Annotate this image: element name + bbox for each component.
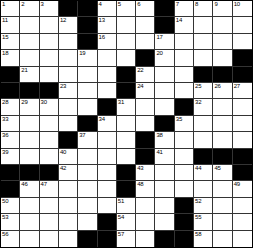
cell-r12c12[interactable] — [213, 181, 232, 197]
black-cell-r6c7 — [117, 83, 136, 99]
cell-r14c3[interactable] — [40, 214, 59, 230]
cell-r2c4[interactable]: 12 — [59, 17, 78, 33]
black-cell-r11c13 — [233, 165, 252, 181]
cell-r9c11[interactable] — [194, 132, 213, 148]
cell-r13c2[interactable] — [20, 198, 39, 214]
clue-number-57: 57 — [118, 231, 124, 238]
cell-r13c13[interactable] — [233, 198, 252, 214]
cell-r6c8[interactable]: 24 — [136, 83, 155, 99]
cell-r4c3[interactable] — [40, 50, 59, 66]
black-cell-r12c1 — [1, 181, 20, 197]
cell-r8c6[interactable]: 34 — [98, 116, 117, 132]
cell-r6c10[interactable] — [175, 83, 194, 99]
clue-number-51: 51 — [118, 198, 124, 205]
clue-number-50: 50 — [2, 198, 8, 205]
cell-r8c12[interactable] — [213, 116, 232, 132]
cell-r15c11[interactable]: 58 — [194, 231, 213, 247]
cell-r8c7[interactable] — [117, 116, 136, 132]
cell-r14c8[interactable] — [136, 214, 155, 230]
cell-r2c6[interactable]: 13 — [98, 17, 117, 33]
cell-r12c10[interactable] — [175, 181, 194, 197]
cell-r7c5[interactable] — [78, 99, 97, 115]
cell-r2c2[interactable] — [20, 17, 39, 33]
cell-r5c5[interactable] — [78, 67, 97, 83]
cell-r1c12[interactable]: 9 — [213, 1, 232, 17]
cell-r14c13[interactable] — [233, 214, 252, 230]
cell-r11c5[interactable] — [78, 165, 97, 181]
cell-r14c12[interactable] — [213, 214, 232, 230]
cell-r1c11[interactable]: 8 — [194, 1, 213, 17]
clue-number-43: 43 — [137, 165, 143, 172]
clue-number-12: 12 — [60, 17, 66, 24]
cell-r13c4[interactable] — [59, 198, 78, 214]
cell-r13c3[interactable] — [40, 198, 59, 214]
clue-number-31: 31 — [118, 99, 124, 106]
cell-r15c2[interactable] — [20, 231, 39, 247]
black-cell-r2c5 — [78, 17, 97, 33]
cell-r7c1[interactable]: 28 — [1, 99, 20, 115]
black-cell-r5c11 — [194, 67, 213, 83]
cell-r9c13[interactable] — [233, 132, 252, 148]
cell-r8c1[interactable]: 33 — [1, 116, 20, 132]
clue-number-1: 1 — [2, 1, 5, 8]
clue-number-49: 49 — [234, 181, 240, 188]
clue-number-17: 17 — [156, 34, 162, 41]
cell-r4c11[interactable] — [194, 50, 213, 66]
cell-r12c8[interactable]: 48 — [136, 181, 155, 197]
cell-r5c3[interactable] — [40, 67, 59, 83]
clue-number-35: 35 — [176, 116, 182, 123]
clue-number-26: 26 — [214, 83, 220, 90]
black-cell-r1c9 — [155, 1, 174, 17]
black-cell-r11c3 — [40, 165, 59, 181]
clue-number-45: 45 — [214, 165, 220, 172]
cell-r6c4[interactable]: 23 — [59, 83, 78, 99]
clue-number-21: 21 — [21, 67, 27, 74]
clue-number-40: 40 — [60, 149, 66, 156]
cell-r6c12[interactable]: 26 — [213, 83, 232, 99]
cell-r8c2[interactable] — [20, 116, 39, 132]
cell-r4c6[interactable] — [98, 50, 117, 66]
black-cell-r15c9 — [155, 231, 174, 247]
cell-r12c4[interactable] — [59, 181, 78, 197]
cell-r15c13[interactable] — [233, 231, 252, 247]
clue-number-33: 33 — [2, 116, 8, 123]
clue-number-13: 13 — [99, 17, 105, 24]
cell-r3c9[interactable]: 17 — [155, 34, 174, 50]
cell-r10c2[interactable] — [20, 149, 39, 165]
cell-r10c4[interactable]: 40 — [59, 149, 78, 165]
cell-r14c11[interactable]: 55 — [194, 214, 213, 230]
clue-number-41: 41 — [156, 149, 162, 156]
black-cell-r3c5 — [78, 34, 97, 50]
cell-r10c6[interactable] — [98, 149, 117, 165]
cell-r12c2[interactable]: 46 — [20, 181, 39, 197]
cell-r3c3[interactable] — [40, 34, 59, 50]
clue-number-46: 46 — [21, 181, 27, 188]
cell-r4c4[interactable] — [59, 50, 78, 66]
cell-r4c7[interactable] — [117, 50, 136, 66]
cell-r4c5[interactable]: 19 — [78, 50, 97, 66]
cell-r5c4[interactable] — [59, 67, 78, 83]
cell-r7c11[interactable]: 32 — [194, 99, 213, 115]
cell-r1c3[interactable]: 3 — [40, 1, 59, 17]
black-cell-r6c1 — [1, 83, 20, 99]
clue-number-37: 37 — [79, 132, 85, 139]
clue-number-8: 8 — [195, 1, 198, 8]
clue-number-15: 15 — [2, 34, 8, 41]
cell-r12c5[interactable] — [78, 181, 97, 197]
cell-r9c9[interactable]: 38 — [155, 132, 174, 148]
clue-number-29: 29 — [21, 99, 27, 106]
cell-r11c12[interactable]: 45 — [213, 165, 232, 181]
cell-r13c12[interactable] — [213, 198, 232, 214]
cell-r4c2[interactable] — [20, 50, 39, 66]
cell-r14c1[interactable]: 53 — [1, 214, 20, 230]
cell-r7c12[interactable] — [213, 99, 232, 115]
cell-r12c9[interactable] — [155, 181, 174, 197]
clue-number-52: 52 — [195, 198, 201, 205]
cell-r14c7[interactable]: 54 — [117, 214, 136, 230]
cell-r3c8[interactable] — [136, 34, 155, 50]
cell-r2c10[interactable]: 14 — [175, 17, 194, 33]
cell-r15c8[interactable] — [136, 231, 155, 247]
cell-r15c1[interactable]: 56 — [1, 231, 20, 247]
clue-number-32: 32 — [195, 99, 201, 106]
cell-r13c6[interactable] — [98, 198, 117, 214]
cell-r4c12[interactable] — [213, 50, 232, 66]
black-cell-r11c1 — [1, 165, 20, 181]
clue-number-25: 25 — [195, 83, 201, 90]
cell-r8c8[interactable] — [136, 116, 155, 132]
cell-r3c11[interactable] — [194, 34, 213, 50]
cell-r7c9[interactable] — [155, 99, 174, 115]
black-cell-r4c8 — [136, 50, 155, 66]
cell-r2c11[interactable] — [194, 17, 213, 33]
clue-number-9: 9 — [214, 1, 217, 8]
clue-number-38: 38 — [156, 132, 162, 139]
clue-number-56: 56 — [2, 231, 8, 238]
black-cell-r14c10 — [175, 214, 194, 230]
cell-r11c4[interactable]: 42 — [59, 165, 78, 181]
cell-r8c13[interactable] — [233, 116, 252, 132]
clue-number-5: 5 — [118, 1, 121, 8]
cell-r13c9[interactable] — [155, 198, 174, 214]
cell-r13c11[interactable]: 52 — [194, 198, 213, 214]
clue-number-34: 34 — [99, 116, 105, 123]
cell-r6c6[interactable] — [98, 83, 117, 99]
cell-r7c2[interactable]: 29 — [20, 99, 39, 115]
black-cell-r11c2 — [20, 165, 39, 181]
clue-number-44: 44 — [195, 165, 201, 172]
clue-number-3: 3 — [41, 1, 44, 8]
cell-r1c8[interactable]: 6 — [136, 1, 155, 17]
black-cell-r5c7 — [117, 67, 136, 83]
cell-r9c3[interactable] — [40, 132, 59, 148]
cell-r5c9[interactable] — [155, 67, 174, 83]
cell-r13c7[interactable]: 51 — [117, 198, 136, 214]
cell-r10c9[interactable]: 41 — [155, 149, 174, 165]
cell-r8c4[interactable] — [59, 116, 78, 132]
cell-r1c1[interactable]: 1 — [1, 1, 20, 17]
cell-r4c9[interactable]: 20 — [155, 50, 174, 66]
black-cell-r4c13 — [233, 50, 252, 66]
black-cell-r12c7 — [117, 181, 136, 197]
cell-r15c4[interactable] — [59, 231, 78, 247]
cell-r9c12[interactable] — [213, 132, 232, 148]
cell-r5c6[interactable] — [98, 67, 117, 83]
cell-r4c10[interactable] — [175, 50, 194, 66]
clue-number-2: 2 — [21, 1, 24, 8]
cell-r9c6[interactable] — [98, 132, 117, 148]
black-cell-r10c12 — [213, 149, 232, 165]
clue-number-42: 42 — [60, 165, 66, 172]
cell-r3c4[interactable] — [59, 34, 78, 50]
cell-r2c1[interactable]: 11 — [1, 17, 20, 33]
black-cell-r14c6 — [98, 214, 117, 230]
clue-number-28: 28 — [2, 99, 8, 106]
cell-r12c13[interactable]: 49 — [233, 181, 252, 197]
black-cell-r8c9 — [155, 116, 174, 132]
clue-number-27: 27 — [234, 83, 240, 90]
cell-r2c12[interactable] — [213, 17, 232, 33]
clue-number-24: 24 — [137, 83, 143, 90]
cell-r1c13[interactable]: 10 — [233, 1, 252, 17]
black-cell-r5c1 — [1, 67, 20, 83]
clue-number-47: 47 — [41, 181, 47, 188]
cell-r3c13[interactable] — [233, 34, 252, 50]
clue-number-16: 16 — [99, 34, 105, 41]
black-cell-r10c11 — [194, 149, 213, 165]
cell-r10c1[interactable]: 39 — [1, 149, 20, 165]
cell-r14c4[interactable] — [59, 214, 78, 230]
clue-number-23: 23 — [60, 83, 66, 90]
cell-r4c1[interactable]: 18 — [1, 50, 20, 66]
crossword-grid: 1234567891011121314151617181920212223242… — [0, 0, 253, 248]
cell-r1c6[interactable]: 4 — [98, 1, 117, 17]
clue-number-18: 18 — [2, 50, 8, 57]
cell-r8c3[interactable] — [40, 116, 59, 132]
crossword-puzzle: 1234567891011121314151617181920212223242… — [0, 0, 253, 248]
cell-r1c10[interactable]: 7 — [175, 1, 194, 17]
cell-r3c6[interactable]: 16 — [98, 34, 117, 50]
cell-r13c5[interactable] — [78, 198, 97, 214]
cell-r15c12[interactable] — [213, 231, 232, 247]
black-cell-r15c10 — [175, 231, 194, 247]
cell-r9c2[interactable] — [20, 132, 39, 148]
clue-number-39: 39 — [2, 149, 8, 156]
cell-r12c3[interactable]: 47 — [40, 181, 59, 197]
black-cell-r15c5 — [78, 231, 97, 247]
cell-r10c3[interactable] — [40, 149, 59, 165]
cell-r9c5[interactable]: 37 — [78, 132, 97, 148]
cell-r11c10[interactable] — [175, 165, 194, 181]
cell-r14c5[interactable] — [78, 214, 97, 230]
clue-number-6: 6 — [137, 1, 140, 8]
cell-r8c11[interactable] — [194, 116, 213, 132]
cell-r2c13[interactable] — [233, 17, 252, 33]
clue-number-22: 22 — [137, 67, 143, 74]
cell-r14c2[interactable] — [20, 214, 39, 230]
black-cell-r13c10 — [175, 198, 194, 214]
cell-r2c3[interactable] — [40, 17, 59, 33]
cell-r13c8[interactable] — [136, 198, 155, 214]
cell-r12c11[interactable] — [194, 181, 213, 197]
cell-r12c6[interactable] — [98, 181, 117, 197]
clue-number-11: 11 — [2, 17, 8, 24]
cell-r2c7[interactable] — [117, 17, 136, 33]
clue-number-36: 36 — [2, 132, 8, 139]
cell-r1c7[interactable]: 5 — [117, 1, 136, 17]
black-cell-r9c4 — [59, 132, 78, 148]
clue-number-53: 53 — [2, 214, 8, 221]
cell-r9c7[interactable] — [117, 132, 136, 148]
cell-r6c9[interactable] — [155, 83, 174, 99]
black-cell-r1c4 — [59, 1, 78, 17]
clue-number-55: 55 — [195, 214, 201, 221]
cell-r7c13[interactable] — [233, 99, 252, 115]
black-cell-r1c5 — [78, 1, 97, 17]
cell-r3c2[interactable] — [20, 34, 39, 50]
black-cell-r7c10 — [175, 99, 194, 115]
black-cell-r7c6 — [98, 99, 117, 115]
black-cell-r6c2 — [20, 83, 39, 99]
black-cell-r5c12 — [213, 67, 232, 83]
black-cell-r8c5 — [78, 116, 97, 132]
cell-r9c10[interactable] — [175, 132, 194, 148]
clue-number-4: 4 — [99, 1, 102, 8]
cell-r13c1[interactable]: 50 — [1, 198, 20, 214]
black-cell-r9c8 — [136, 132, 155, 148]
clue-number-54: 54 — [118, 214, 124, 221]
cell-r11c6[interactable] — [98, 165, 117, 181]
clue-number-10: 10 — [234, 1, 240, 8]
cell-r10c7[interactable] — [117, 149, 136, 165]
cell-r5c2[interactable]: 21 — [20, 67, 39, 83]
cell-r10c5[interactable] — [78, 149, 97, 165]
cell-r7c7[interactable]: 31 — [117, 99, 136, 115]
cell-r3c10[interactable] — [175, 34, 194, 50]
cell-r15c3[interactable] — [40, 231, 59, 247]
black-cell-r2c9 — [155, 17, 174, 33]
cell-r3c12[interactable] — [213, 34, 232, 50]
cell-r6c11[interactable]: 25 — [194, 83, 213, 99]
cell-r7c3[interactable]: 30 — [40, 99, 59, 115]
cell-r3c7[interactable] — [117, 34, 136, 50]
cell-r15c7[interactable]: 57 — [117, 231, 136, 247]
cell-r7c4[interactable] — [59, 99, 78, 115]
black-cell-r5c13 — [233, 67, 252, 83]
clue-number-19: 19 — [79, 50, 85, 57]
cell-r11c8[interactable]: 43 — [136, 165, 155, 181]
clue-number-58: 58 — [195, 231, 201, 238]
cell-r7c8[interactable] — [136, 99, 155, 115]
cell-r1c2[interactable]: 2 — [20, 1, 39, 17]
cell-r9c1[interactable]: 36 — [1, 132, 20, 148]
clue-number-48: 48 — [137, 181, 143, 188]
cell-r14c9[interactable] — [155, 214, 174, 230]
black-cell-r11c7 — [117, 165, 136, 181]
cell-r6c13[interactable]: 27 — [233, 83, 252, 99]
black-cell-r10c13 — [233, 149, 252, 165]
clue-number-30: 30 — [41, 99, 47, 106]
cell-r5c10[interactable] — [175, 67, 194, 83]
clue-number-20: 20 — [156, 50, 162, 57]
cell-r3c1[interactable]: 15 — [1, 34, 20, 50]
cell-r2c8[interactable] — [136, 17, 155, 33]
clue-number-7: 7 — [176, 1, 179, 8]
cell-r8c10[interactable]: 35 — [175, 116, 194, 132]
black-cell-r10c8 — [136, 149, 155, 165]
clue-number-14: 14 — [176, 17, 182, 24]
cell-r6c5[interactable] — [78, 83, 97, 99]
cell-r11c11[interactable]: 44 — [194, 165, 213, 181]
black-cell-r6c3 — [40, 83, 59, 99]
black-cell-r15c6 — [98, 231, 117, 247]
cell-r5c8[interactable]: 22 — [136, 67, 155, 83]
cell-r10c10[interactable] — [175, 149, 194, 165]
cell-r11c9[interactable] — [155, 165, 174, 181]
